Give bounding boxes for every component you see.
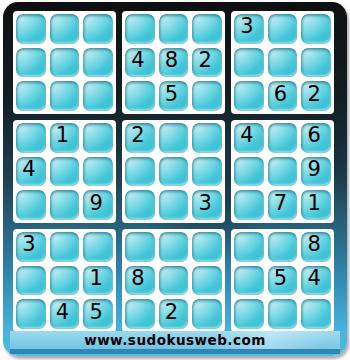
given-digit: 2 [198, 50, 211, 71]
cell-r6c7[interactable] [234, 190, 264, 220]
cell-r5c8[interactable] [268, 157, 298, 187]
cell-r2c5[interactable]: 8 [159, 48, 189, 78]
cell-r4c9[interactable]: 6 [301, 123, 331, 153]
cell-r8c5[interactable] [159, 266, 189, 296]
given-digit: 3 [240, 16, 253, 37]
cell-r1c3[interactable] [83, 14, 113, 44]
cell-r8c7[interactable] [234, 266, 264, 296]
given-digit: 4 [56, 302, 69, 323]
given-digit: 6 [274, 84, 287, 105]
cell-r8c6[interactable] [192, 266, 222, 296]
given-digit: 5 [274, 268, 287, 289]
cell-r7c9[interactable]: 8 [301, 232, 331, 262]
given-digit: 8 [131, 268, 144, 289]
cell-r2c7[interactable] [234, 48, 264, 78]
cell-r7c8[interactable] [268, 232, 298, 262]
cell-r9c6[interactable] [192, 299, 222, 329]
cell-r2c8[interactable] [268, 48, 298, 78]
cell-r1c8[interactable] [268, 14, 298, 44]
cell-r3c9[interactable]: 2 [301, 81, 331, 111]
cell-r5c1[interactable]: 4 [16, 157, 46, 187]
cell-r5c7[interactable] [234, 157, 264, 187]
box-7: 3145 [13, 229, 116, 332]
given-digit: 5 [165, 84, 178, 105]
given-digit: 4 [131, 50, 144, 71]
given-digit: 2 [165, 302, 178, 323]
cell-r8c1[interactable] [16, 266, 46, 296]
cell-r7c2[interactable] [50, 232, 80, 262]
cell-r9c8[interactable] [268, 299, 298, 329]
cell-r6c4[interactable] [125, 190, 155, 220]
cell-r8c3[interactable]: 1 [83, 266, 113, 296]
given-digit: 2 [131, 125, 144, 146]
cell-r7c1[interactable]: 3 [16, 232, 46, 262]
cell-r4c7[interactable]: 4 [234, 123, 264, 153]
cell-r3c2[interactable] [50, 81, 80, 111]
cell-r3c7[interactable] [234, 81, 264, 111]
cell-r9c1[interactable] [16, 299, 46, 329]
cell-r1c2[interactable] [50, 14, 80, 44]
given-digit: 8 [165, 50, 178, 71]
cell-r3c8[interactable]: 6 [268, 81, 298, 111]
given-digit: 2 [307, 84, 320, 105]
cell-r2c3[interactable] [83, 48, 113, 78]
cell-r5c2[interactable] [50, 157, 80, 187]
given-digit: 8 [307, 234, 320, 255]
cell-r4c3[interactable] [83, 123, 113, 153]
cell-r3c4[interactable] [125, 81, 155, 111]
cell-r6c5[interactable] [159, 190, 189, 220]
cell-r7c4[interactable] [125, 232, 155, 262]
cell-r5c5[interactable] [159, 157, 189, 187]
footer: www.sudokusweb.com [10, 331, 340, 349]
given-digit: 1 [307, 193, 320, 214]
given-digit: 1 [89, 268, 102, 289]
cell-r1c6[interactable] [192, 14, 222, 44]
cell-r1c1[interactable] [16, 14, 46, 44]
box-3: 362 [231, 11, 334, 114]
cell-r7c3[interactable] [83, 232, 113, 262]
cell-r5c9[interactable]: 9 [301, 157, 331, 187]
cell-r3c1[interactable] [16, 81, 46, 111]
cell-r7c6[interactable] [192, 232, 222, 262]
cell-r7c7[interactable] [234, 232, 264, 262]
box-4: 149 [13, 120, 116, 223]
box-8: 82 [122, 229, 225, 332]
given-digit: 9 [307, 159, 320, 180]
cell-r4c5[interactable] [159, 123, 189, 153]
cell-r6c8[interactable]: 7 [268, 190, 298, 220]
cell-r7c5[interactable] [159, 232, 189, 262]
given-digit: 4 [307, 268, 320, 289]
sudoku-board: 48253621492346971314582854 [13, 11, 334, 332]
box-2: 4825 [122, 11, 225, 114]
given-digit: 6 [307, 125, 320, 146]
cell-r6c3[interactable]: 9 [83, 190, 113, 220]
cell-r1c4[interactable] [125, 14, 155, 44]
given-digit: 1 [56, 125, 69, 146]
cell-r2c6[interactable]: 2 [192, 48, 222, 78]
box-6: 46971 [231, 120, 334, 223]
cell-r1c5[interactable] [159, 14, 189, 44]
cell-r8c9[interactable]: 4 [301, 266, 331, 296]
cell-r6c6[interactable]: 3 [192, 190, 222, 220]
cell-r4c8[interactable] [268, 123, 298, 153]
cell-r5c6[interactable] [192, 157, 222, 187]
sudoku-frame: 48253621492346971314582854 www.sudokuswe… [3, 2, 347, 356]
cell-r9c2[interactable]: 4 [50, 299, 80, 329]
cell-r9c7[interactable] [234, 299, 264, 329]
cell-r5c4[interactable] [125, 157, 155, 187]
cell-r1c9[interactable] [301, 14, 331, 44]
cell-r4c2[interactable]: 1 [50, 123, 80, 153]
cell-r2c4[interactable]: 4 [125, 48, 155, 78]
cell-r4c1[interactable] [16, 123, 46, 153]
box-9: 854 [231, 229, 334, 332]
given-digit: 3 [22, 234, 35, 255]
given-digit: 3 [198, 193, 211, 214]
given-digit: 7 [274, 193, 287, 214]
cell-r9c5[interactable]: 2 [159, 299, 189, 329]
box-5: 23 [122, 120, 225, 223]
cell-r6c2[interactable] [50, 190, 80, 220]
cell-r2c2[interactable] [50, 48, 80, 78]
given-digit: 4 [22, 159, 35, 180]
cell-r9c3[interactable]: 5 [83, 299, 113, 329]
cell-r3c5[interactable]: 5 [159, 81, 189, 111]
given-digit: 5 [89, 302, 102, 323]
cell-r4c6[interactable] [192, 123, 222, 153]
cell-r9c9[interactable] [301, 299, 331, 329]
cell-r6c9[interactable]: 1 [301, 190, 331, 220]
cell-r9c4[interactable] [125, 299, 155, 329]
given-digit: 4 [240, 125, 253, 146]
cell-r8c4[interactable]: 8 [125, 266, 155, 296]
given-digit: 9 [89, 193, 102, 214]
cell-r6c1[interactable] [16, 190, 46, 220]
cell-r4c4[interactable]: 2 [125, 123, 155, 153]
cell-r8c8[interactable]: 5 [268, 266, 298, 296]
cell-r5c3[interactable] [83, 157, 113, 187]
cell-r2c1[interactable] [16, 48, 46, 78]
cell-r8c2[interactable] [50, 266, 80, 296]
cell-r3c3[interactable] [83, 81, 113, 111]
cell-r1c7[interactable]: 3 [234, 14, 264, 44]
cell-r3c6[interactable] [192, 81, 222, 111]
cell-r2c9[interactable] [301, 48, 331, 78]
box-1 [13, 11, 116, 114]
site-link[interactable]: www.sudokusweb.com [84, 332, 266, 348]
